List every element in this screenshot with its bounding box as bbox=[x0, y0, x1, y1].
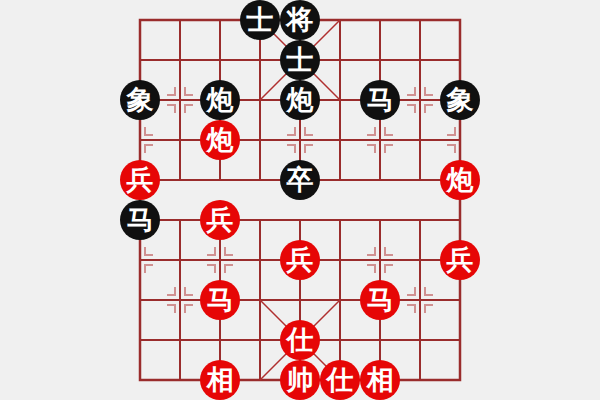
piece-red-elephant[interactable]: 相 bbox=[360, 360, 400, 400]
piece-black-cannon[interactable]: 炮 bbox=[200, 80, 240, 120]
piece-red-general[interactable]: 帅 bbox=[280, 360, 320, 400]
piece-black-elephant[interactable]: 象 bbox=[120, 80, 160, 120]
piece-red-horse[interactable]: 马 bbox=[360, 280, 400, 320]
piece-black-horse[interactable]: 马 bbox=[120, 200, 160, 240]
piece-red-elephant[interactable]: 相 bbox=[200, 360, 240, 400]
piece-black-soldier[interactable]: 卒 bbox=[280, 160, 320, 200]
piece-red-advisor[interactable]: 仕 bbox=[280, 320, 320, 360]
piece-red-soldier[interactable]: 兵 bbox=[440, 240, 480, 280]
piece-red-advisor[interactable]: 仕 bbox=[320, 360, 360, 400]
xiangqi-board[interactable]: 士将士象炮炮马象炮兵卒炮马兵兵兵马马仕相帅仕相 bbox=[0, 0, 600, 400]
piece-black-horse[interactable]: 马 bbox=[360, 80, 400, 120]
piece-black-cannon[interactable]: 炮 bbox=[280, 80, 320, 120]
piece-black-elephant[interactable]: 象 bbox=[440, 80, 480, 120]
piece-black-general[interactable]: 将 bbox=[280, 0, 320, 40]
piece-black-advisor[interactable]: 士 bbox=[280, 40, 320, 80]
piece-red-cannon[interactable]: 炮 bbox=[200, 120, 240, 160]
piece-red-horse[interactable]: 马 bbox=[200, 280, 240, 320]
piece-black-advisor[interactable]: 士 bbox=[240, 0, 280, 40]
piece-red-soldier[interactable]: 兵 bbox=[120, 160, 160, 200]
piece-red-soldier[interactable]: 兵 bbox=[200, 200, 240, 240]
piece-red-soldier[interactable]: 兵 bbox=[280, 240, 320, 280]
piece-red-cannon[interactable]: 炮 bbox=[440, 160, 480, 200]
